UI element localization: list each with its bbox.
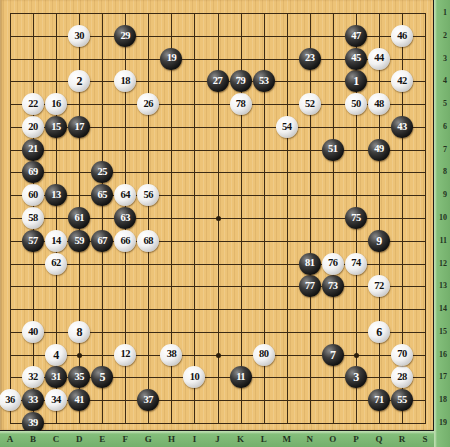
grid-horizontal-line: [10, 309, 426, 310]
stone-black-77[interactable]: 77: [299, 275, 321, 297]
column-coordinate-label: H: [164, 434, 178, 444]
stone-black-67[interactable]: 67: [91, 230, 113, 252]
stone-black-81[interactable]: 81: [299, 253, 321, 275]
stone-black-75[interactable]: 75: [345, 207, 367, 229]
column-coordinate-label: A: [3, 434, 17, 444]
stone-black-31[interactable]: 31: [45, 366, 67, 388]
stone-white-42[interactable]: 42: [391, 70, 413, 92]
stone-black-61[interactable]: 61: [68, 207, 90, 229]
stone-black-65[interactable]: 65: [91, 184, 113, 206]
row-coordinate-label: 8: [434, 167, 447, 176]
row-coordinate-label: 2: [434, 31, 447, 40]
column-coordinate-label: K: [234, 434, 248, 444]
grid-vertical-line: [425, 13, 426, 424]
stone-black-43[interactable]: 43: [391, 116, 413, 138]
row-coordinate-label: 18: [434, 395, 447, 404]
grid-horizontal-line: [10, 423, 426, 424]
stone-white-4[interactable]: 4: [45, 344, 67, 366]
stone-white-74[interactable]: 74: [345, 253, 367, 275]
column-coordinate-label: R: [395, 434, 409, 444]
stone-black-71[interactable]: 71: [368, 389, 390, 411]
stone-white-76[interactable]: 76: [322, 253, 344, 275]
stone-white-64[interactable]: 64: [114, 184, 136, 206]
star-point: [216, 353, 221, 358]
stone-black-35[interactable]: 35: [68, 366, 90, 388]
stone-black-5[interactable]: 5: [91, 366, 113, 388]
stone-black-25[interactable]: 25: [91, 161, 113, 183]
stone-white-8[interactable]: 8: [68, 321, 90, 343]
column-coordinate-label: C: [49, 434, 63, 444]
stone-black-37[interactable]: 37: [137, 389, 159, 411]
go-kifu-screen: 1234567891011121314151617181920212223252…: [0, 0, 450, 447]
row-coordinate-label: 17: [434, 372, 447, 381]
stone-white-28[interactable]: 28: [391, 366, 413, 388]
stone-white-26[interactable]: 26: [137, 93, 159, 115]
grid-horizontal-line: [10, 286, 426, 287]
stone-black-45[interactable]: 45: [345, 48, 367, 70]
stone-white-34[interactable]: 34: [45, 389, 67, 411]
stone-white-32[interactable]: 32: [22, 366, 44, 388]
stone-black-15[interactable]: 15: [45, 116, 67, 138]
stone-white-72[interactable]: 72: [368, 275, 390, 297]
column-coordinate-label: M: [280, 434, 294, 444]
stone-white-22[interactable]: 22: [22, 93, 44, 115]
column-coordinate-label: I: [187, 434, 201, 444]
stone-white-12[interactable]: 12: [114, 344, 136, 366]
column-coordinate-label: Q: [372, 434, 386, 444]
star-point: [77, 353, 82, 358]
stone-black-21[interactable]: 21: [22, 139, 44, 161]
stone-white-14[interactable]: 14: [45, 230, 67, 252]
stone-black-33[interactable]: 33: [22, 389, 44, 411]
row-coordinate-label: 10: [434, 213, 447, 222]
column-coordinate-label: G: [141, 434, 155, 444]
row-coordinate-label: 12: [434, 259, 447, 268]
column-coordinate-label: D: [72, 434, 86, 444]
stone-white-50[interactable]: 50: [345, 93, 367, 115]
column-coordinate-label: N: [303, 434, 317, 444]
column-coordinate-strip: ABCDEFGHIJKLMNOPQRS: [0, 431, 434, 447]
column-coordinate-label: O: [326, 434, 340, 444]
column-coordinate-label: S: [418, 434, 432, 444]
stone-white-54[interactable]: 54: [276, 116, 298, 138]
stone-white-40[interactable]: 40: [22, 321, 44, 343]
stone-black-9[interactable]: 9: [368, 230, 390, 252]
column-coordinate-label: L: [257, 434, 271, 444]
stone-black-59[interactable]: 59: [68, 230, 90, 252]
stone-white-30[interactable]: 30: [68, 25, 90, 47]
stone-white-60[interactable]: 60: [22, 184, 44, 206]
stone-white-18[interactable]: 18: [114, 70, 136, 92]
stone-white-78[interactable]: 78: [230, 93, 252, 115]
stone-black-79[interactable]: 79: [230, 70, 252, 92]
column-coordinate-label: P: [349, 434, 363, 444]
stone-black-19[interactable]: 19: [160, 48, 182, 70]
stone-black-27[interactable]: 27: [207, 70, 229, 92]
row-coordinate-label: 3: [434, 54, 447, 63]
row-coordinate-label: 9: [434, 190, 447, 199]
stone-black-47[interactable]: 47: [345, 25, 367, 47]
stone-black-63[interactable]: 63: [114, 207, 136, 229]
star-point: [354, 353, 359, 358]
stone-white-44[interactable]: 44: [368, 48, 390, 70]
stone-black-73[interactable]: 73: [322, 275, 344, 297]
row-coordinate-label: 6: [434, 122, 447, 131]
stone-black-29[interactable]: 29: [114, 25, 136, 47]
row-coordinate-label: 14: [434, 304, 447, 313]
stone-white-36[interactable]: 36: [0, 389, 21, 411]
column-coordinate-label: F: [118, 434, 132, 444]
stone-black-57[interactable]: 57: [22, 230, 44, 252]
stone-white-20[interactable]: 20: [22, 116, 44, 138]
row-coordinate-label: 7: [434, 145, 447, 154]
stone-white-52[interactable]: 52: [299, 93, 321, 115]
row-coordinate-label: 11: [434, 236, 447, 245]
stone-black-55[interactable]: 55: [391, 389, 413, 411]
stone-black-23[interactable]: 23: [299, 48, 321, 70]
stone-white-58[interactable]: 58: [22, 207, 44, 229]
stone-black-17[interactable]: 17: [68, 116, 90, 138]
stone-white-62[interactable]: 62: [45, 253, 67, 275]
stone-black-11[interactable]: 11: [230, 366, 252, 388]
stone-black-69[interactable]: 69: [22, 161, 44, 183]
stone-white-6[interactable]: 6: [368, 321, 390, 343]
stone-black-3[interactable]: 3: [345, 366, 367, 388]
stone-black-7[interactable]: 7: [322, 344, 344, 366]
stone-white-66[interactable]: 66: [114, 230, 136, 252]
stone-white-46[interactable]: 46: [391, 25, 413, 47]
row-coordinate-label: 16: [434, 350, 447, 359]
row-coordinate-strip: 12345678910111213141516171819: [434, 0, 450, 447]
row-coordinate-label: 4: [434, 76, 447, 85]
stone-white-70[interactable]: 70: [391, 344, 413, 366]
go-board[interactable]: 1234567891011121314151617181920212223252…: [0, 0, 434, 431]
row-coordinate-label: 15: [434, 327, 447, 336]
stone-white-56[interactable]: 56: [137, 184, 159, 206]
stone-black-49[interactable]: 49: [368, 139, 390, 161]
stone-white-10[interactable]: 10: [183, 366, 205, 388]
column-coordinate-label: B: [26, 434, 40, 444]
grid-vertical-line: [310, 13, 311, 424]
stone-black-1[interactable]: 1: [345, 70, 367, 92]
stone-white-16[interactable]: 16: [45, 93, 67, 115]
stone-white-48[interactable]: 48: [368, 93, 390, 115]
stone-black-51[interactable]: 51: [322, 139, 344, 161]
stone-white-38[interactable]: 38: [160, 344, 182, 366]
stone-white-68[interactable]: 68: [137, 230, 159, 252]
stone-black-53[interactable]: 53: [253, 70, 275, 92]
row-coordinate-label: 5: [434, 99, 447, 108]
stone-white-80[interactable]: 80: [253, 344, 275, 366]
grid-vertical-line: [287, 13, 288, 424]
column-coordinate-label: J: [211, 434, 225, 444]
stone-black-13[interactable]: 13: [45, 184, 67, 206]
star-point: [216, 216, 221, 221]
grid-vertical-line: [379, 13, 380, 424]
row-coordinate-label: 19: [434, 418, 447, 427]
row-coordinate-label: 13: [434, 281, 447, 290]
row-coordinate-label: 1: [434, 8, 447, 17]
stone-black-41[interactable]: 41: [68, 389, 90, 411]
stone-white-2[interactable]: 2: [68, 70, 90, 92]
column-coordinate-label: E: [95, 434, 109, 444]
